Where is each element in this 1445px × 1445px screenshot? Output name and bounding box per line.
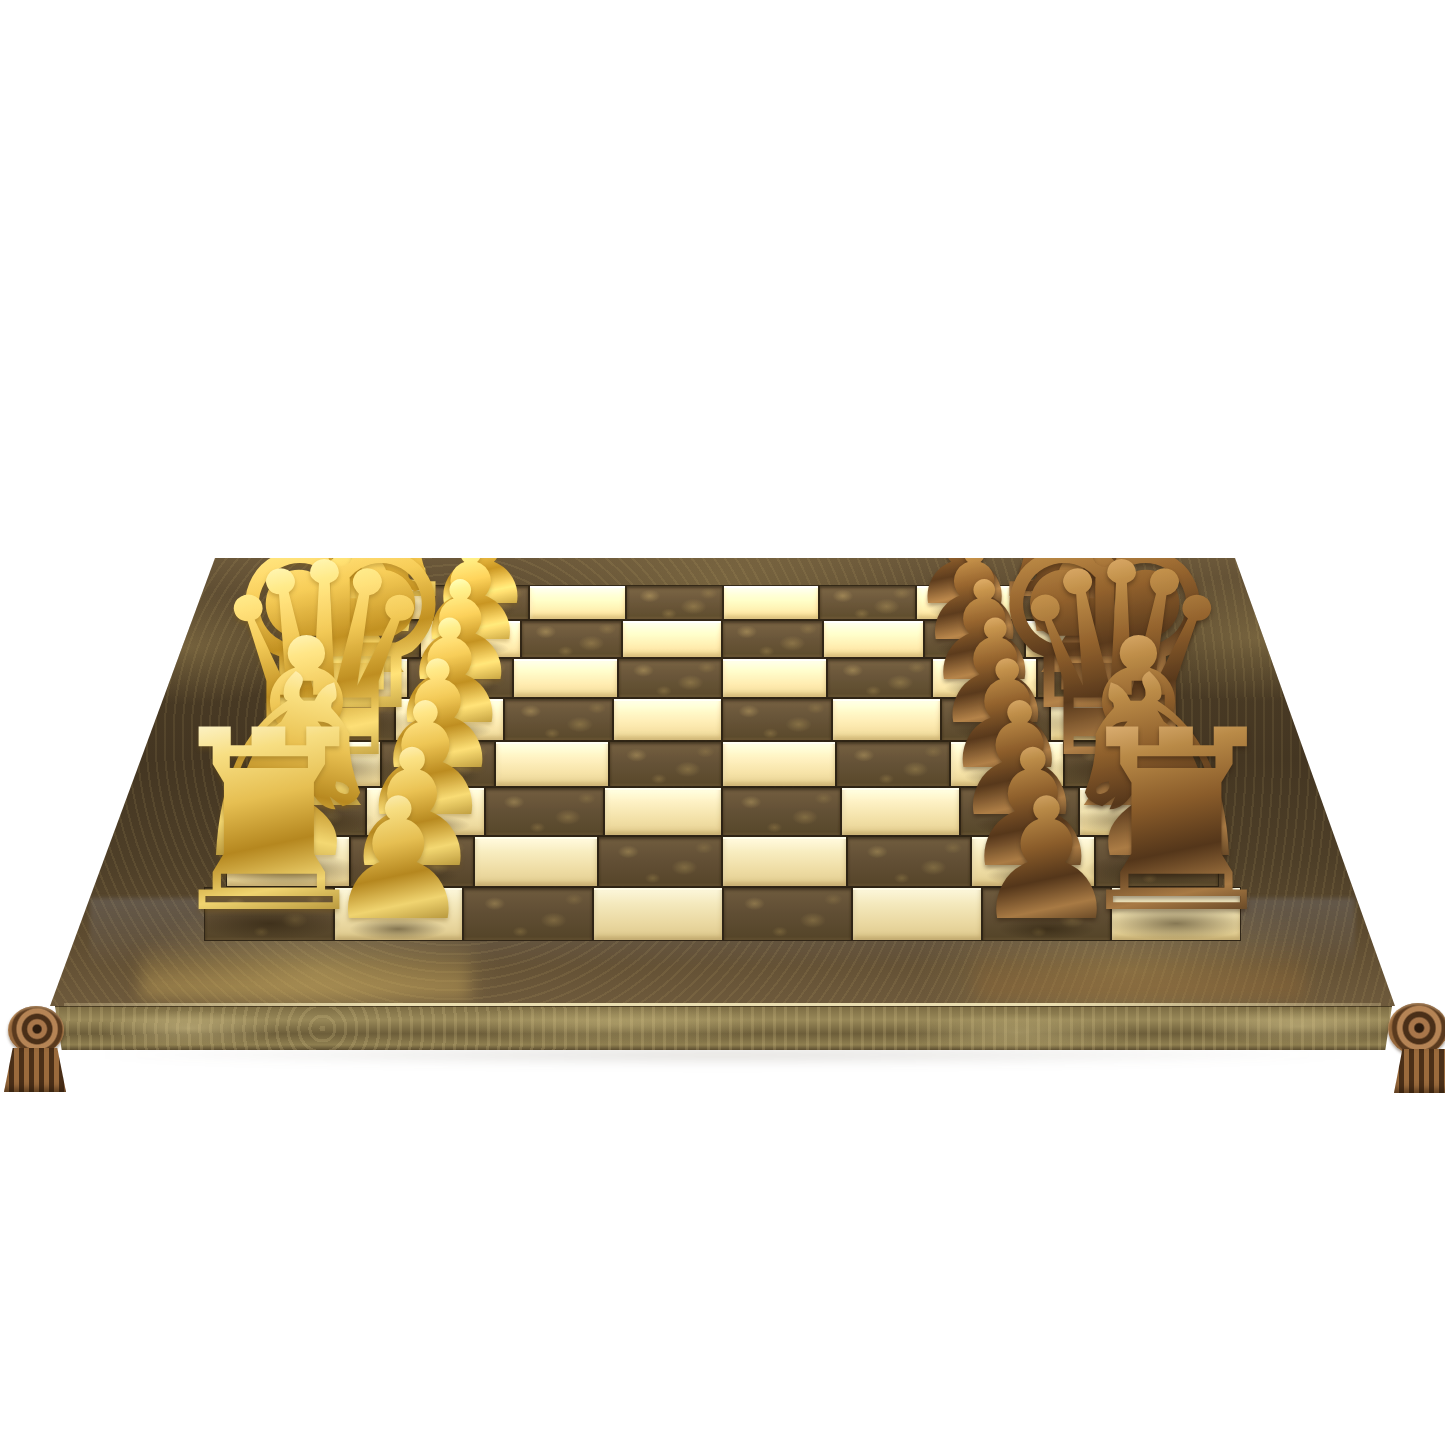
square-b3	[475, 837, 597, 886]
board-foot-right	[1368, 995, 1445, 1113]
square-e5	[723, 699, 830, 740]
square-a8: ♜	[1112, 888, 1240, 940]
square-f3	[514, 659, 617, 697]
square-g4	[623, 621, 722, 657]
square-b6	[848, 837, 970, 886]
column-flute	[1394, 1049, 1445, 1093]
board-foot-left	[4, 1000, 100, 1112]
ionic-volute-icon	[8, 1006, 64, 1054]
square-b4	[599, 837, 721, 886]
square-h3	[530, 586, 625, 619]
square-h6	[820, 586, 915, 619]
square-g5	[723, 621, 822, 657]
square-a2: ♟	[335, 888, 463, 940]
square-e3	[505, 699, 612, 740]
square-c6	[842, 788, 959, 835]
square-c3	[486, 788, 603, 835]
square-f5	[723, 659, 826, 697]
board-row-file-a: ♜♟♟♜	[204, 887, 1241, 941]
column-flute	[4, 1048, 66, 1092]
piece-black-rook: ♜	[1064, 708, 1288, 938]
square-e4	[614, 699, 721, 740]
board-front-edge	[55, 1006, 1392, 1050]
square-f6	[828, 659, 931, 697]
square-d4	[610, 742, 722, 786]
square-a1: ♜	[205, 888, 333, 940]
square-a5	[724, 888, 852, 940]
chess-board: ♜♟♟♜♞♟♟♞♝♟♟♝♚♟♟♚♛♟♟♛♝♟♟♝♞♟♟♞♜♟♟♜	[50, 558, 1395, 1006]
square-a4	[594, 888, 722, 940]
square-c4	[605, 788, 722, 835]
square-f4	[619, 659, 722, 697]
square-h4	[627, 586, 722, 619]
ionic-volute-icon	[1388, 1003, 1445, 1055]
square-e6	[833, 699, 940, 740]
square-h5	[724, 586, 819, 619]
photo-scene: ♜♟♟♜♞♟♟♞♝♟♟♝♚♟♟♚♛♟♟♛♝♟♟♝♞♟♟♞♜♟♟♜	[0, 0, 1445, 1445]
front-bevel-highlight	[64, 1003, 1381, 1006]
square-d6	[837, 742, 949, 786]
square-g3	[522, 621, 621, 657]
square-c5	[723, 788, 840, 835]
playing-area: ♜♟♟♜♞♟♟♞♝♟♟♝♚♟♟♚♛♟♟♛♝♟♟♝♞♟♟♞♜♟♟♜	[50, 558, 1395, 1006]
square-a3	[464, 888, 592, 940]
square-a6	[853, 888, 981, 940]
square-b5	[723, 837, 845, 886]
piece-white-pawn: ♟	[323, 783, 474, 938]
square-d5	[723, 742, 835, 786]
square-g6	[824, 621, 923, 657]
square-d3	[496, 742, 608, 786]
